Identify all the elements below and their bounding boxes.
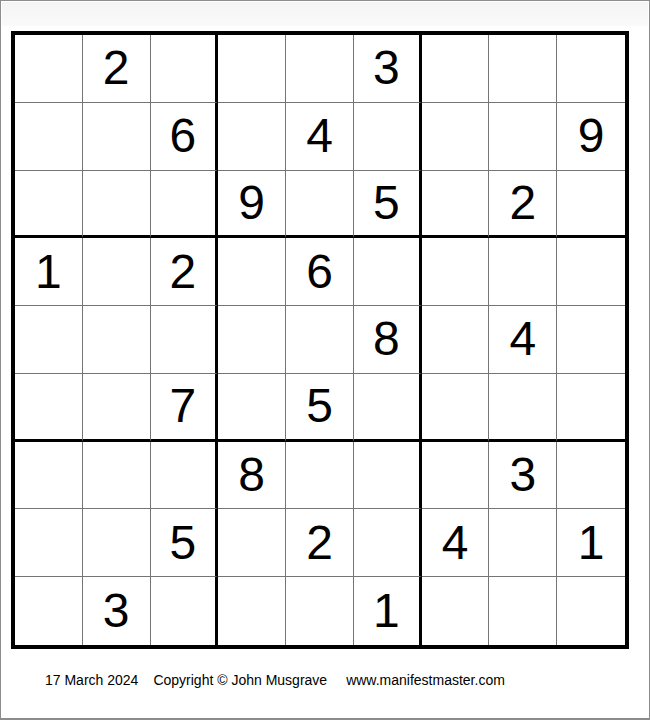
sudoku-cell-r4c2 bbox=[83, 238, 151, 306]
sudoku-cell-r4c1: 1 bbox=[15, 238, 83, 306]
sudoku-cell-r7c2 bbox=[83, 442, 151, 510]
sudoku-cell-r8c6 bbox=[354, 509, 422, 577]
sudoku-cell-r6c5: 5 bbox=[286, 374, 354, 442]
sudoku-cell-r4c9 bbox=[557, 238, 625, 306]
sudoku-cell-r5c9 bbox=[557, 306, 625, 374]
sudoku-cell-r7c5 bbox=[286, 442, 354, 510]
sudoku-cell-r4c6 bbox=[354, 238, 422, 306]
sudoku-cell-r2c3: 6 bbox=[151, 103, 219, 171]
sudoku-cell-r8c4 bbox=[218, 509, 286, 577]
sudoku-board: 23649952126847583524131 bbox=[11, 31, 629, 649]
sudoku-cell-r7c4: 8 bbox=[218, 442, 286, 510]
sudoku-cell-r4c8 bbox=[489, 238, 557, 306]
sudoku-cell-r1c3 bbox=[151, 35, 219, 103]
sudoku-cell-r1c2: 2 bbox=[83, 35, 151, 103]
sudoku-cell-r2c2 bbox=[83, 103, 151, 171]
sudoku-cell-r1c4 bbox=[218, 35, 286, 103]
puzzle-date: 17 March 2024 bbox=[45, 672, 138, 688]
sudoku-cell-r2c5: 4 bbox=[286, 103, 354, 171]
sudoku-cell-r1c7 bbox=[422, 35, 490, 103]
sudoku-cell-r3c4: 9 bbox=[218, 171, 286, 239]
sudoku-cell-r7c1 bbox=[15, 442, 83, 510]
sudoku-cell-r5c1 bbox=[15, 306, 83, 374]
sudoku-cell-r2c9: 9 bbox=[557, 103, 625, 171]
sudoku-cell-r2c6 bbox=[354, 103, 422, 171]
sudoku-cell-r5c8: 4 bbox=[489, 306, 557, 374]
sudoku-cell-r6c7 bbox=[422, 374, 490, 442]
sudoku-cell-r2c8 bbox=[489, 103, 557, 171]
website-url: www.manifestmaster.com bbox=[346, 672, 505, 688]
sudoku-cell-r7c8: 3 bbox=[489, 442, 557, 510]
sudoku-cell-r8c3: 5 bbox=[151, 509, 219, 577]
sudoku-cell-r9c1 bbox=[15, 577, 83, 645]
sudoku-cell-r3c5 bbox=[286, 171, 354, 239]
sudoku-cell-r9c3 bbox=[151, 577, 219, 645]
sudoku-cell-r7c3 bbox=[151, 442, 219, 510]
sudoku-cell-r3c7 bbox=[422, 171, 490, 239]
sudoku-cell-r1c9 bbox=[557, 35, 625, 103]
sudoku-cell-r4c7 bbox=[422, 238, 490, 306]
sudoku-cell-r7c9 bbox=[557, 442, 625, 510]
sudoku-cell-r6c3: 7 bbox=[151, 374, 219, 442]
sudoku-cell-r8c1 bbox=[15, 509, 83, 577]
copyright-text: Copyright © John Musgrave bbox=[153, 672, 327, 688]
sudoku-cell-r8c5: 2 bbox=[286, 509, 354, 577]
sudoku-cell-r3c6: 5 bbox=[354, 171, 422, 239]
page-top-strip bbox=[2, 2, 648, 26]
sudoku-cell-r2c4 bbox=[218, 103, 286, 171]
sudoku-cell-r9c4 bbox=[218, 577, 286, 645]
sudoku-cell-r7c6 bbox=[354, 442, 422, 510]
sudoku-cell-r3c3 bbox=[151, 171, 219, 239]
sudoku-cell-r2c7 bbox=[422, 103, 490, 171]
sudoku-cell-r6c8 bbox=[489, 374, 557, 442]
sudoku-cell-r5c4 bbox=[218, 306, 286, 374]
sudoku-cell-r9c8 bbox=[489, 577, 557, 645]
sudoku-cell-r9c9 bbox=[557, 577, 625, 645]
sudoku-cell-r3c9 bbox=[557, 171, 625, 239]
sudoku-cell-r1c5 bbox=[286, 35, 354, 103]
sudoku-cell-r4c4 bbox=[218, 238, 286, 306]
sudoku-cell-r3c1 bbox=[15, 171, 83, 239]
sudoku-cell-r9c6: 1 bbox=[354, 577, 422, 645]
sudoku-cell-r6c2 bbox=[83, 374, 151, 442]
sudoku-cell-r6c9 bbox=[557, 374, 625, 442]
sudoku-cell-r2c1 bbox=[15, 103, 83, 171]
sudoku-cell-r8c2 bbox=[83, 509, 151, 577]
sudoku-cell-r4c3: 2 bbox=[151, 238, 219, 306]
sudoku-cell-r8c9: 1 bbox=[557, 509, 625, 577]
sudoku-cell-r6c6 bbox=[354, 374, 422, 442]
sudoku-cell-r1c6: 3 bbox=[354, 35, 422, 103]
footer: 17 March 2024Copyright © John Musgraveww… bbox=[45, 672, 505, 688]
sudoku-cell-r1c1 bbox=[15, 35, 83, 103]
puzzle-page: 23649952126847583524131 17 March 2024Cop… bbox=[0, 0, 650, 720]
sudoku-cell-r7c7 bbox=[422, 442, 490, 510]
sudoku-cell-r6c1 bbox=[15, 374, 83, 442]
sudoku-cell-r8c7: 4 bbox=[422, 509, 490, 577]
sudoku-cell-r6c4 bbox=[218, 374, 286, 442]
sudoku-cell-r9c5 bbox=[286, 577, 354, 645]
sudoku-cell-r1c8 bbox=[489, 35, 557, 103]
sudoku-cell-r9c2: 3 bbox=[83, 577, 151, 645]
sudoku-cell-r4c5: 6 bbox=[286, 238, 354, 306]
sudoku-cell-r5c7 bbox=[422, 306, 490, 374]
sudoku-cell-r9c7 bbox=[422, 577, 490, 645]
sudoku-cell-r3c8: 2 bbox=[489, 171, 557, 239]
sudoku-cell-r3c2 bbox=[83, 171, 151, 239]
sudoku-cell-r5c2 bbox=[83, 306, 151, 374]
sudoku-cell-r5c3 bbox=[151, 306, 219, 374]
sudoku-cell-r5c5 bbox=[286, 306, 354, 374]
sudoku-cell-r8c8 bbox=[489, 509, 557, 577]
sudoku-cell-r5c6: 8 bbox=[354, 306, 422, 374]
